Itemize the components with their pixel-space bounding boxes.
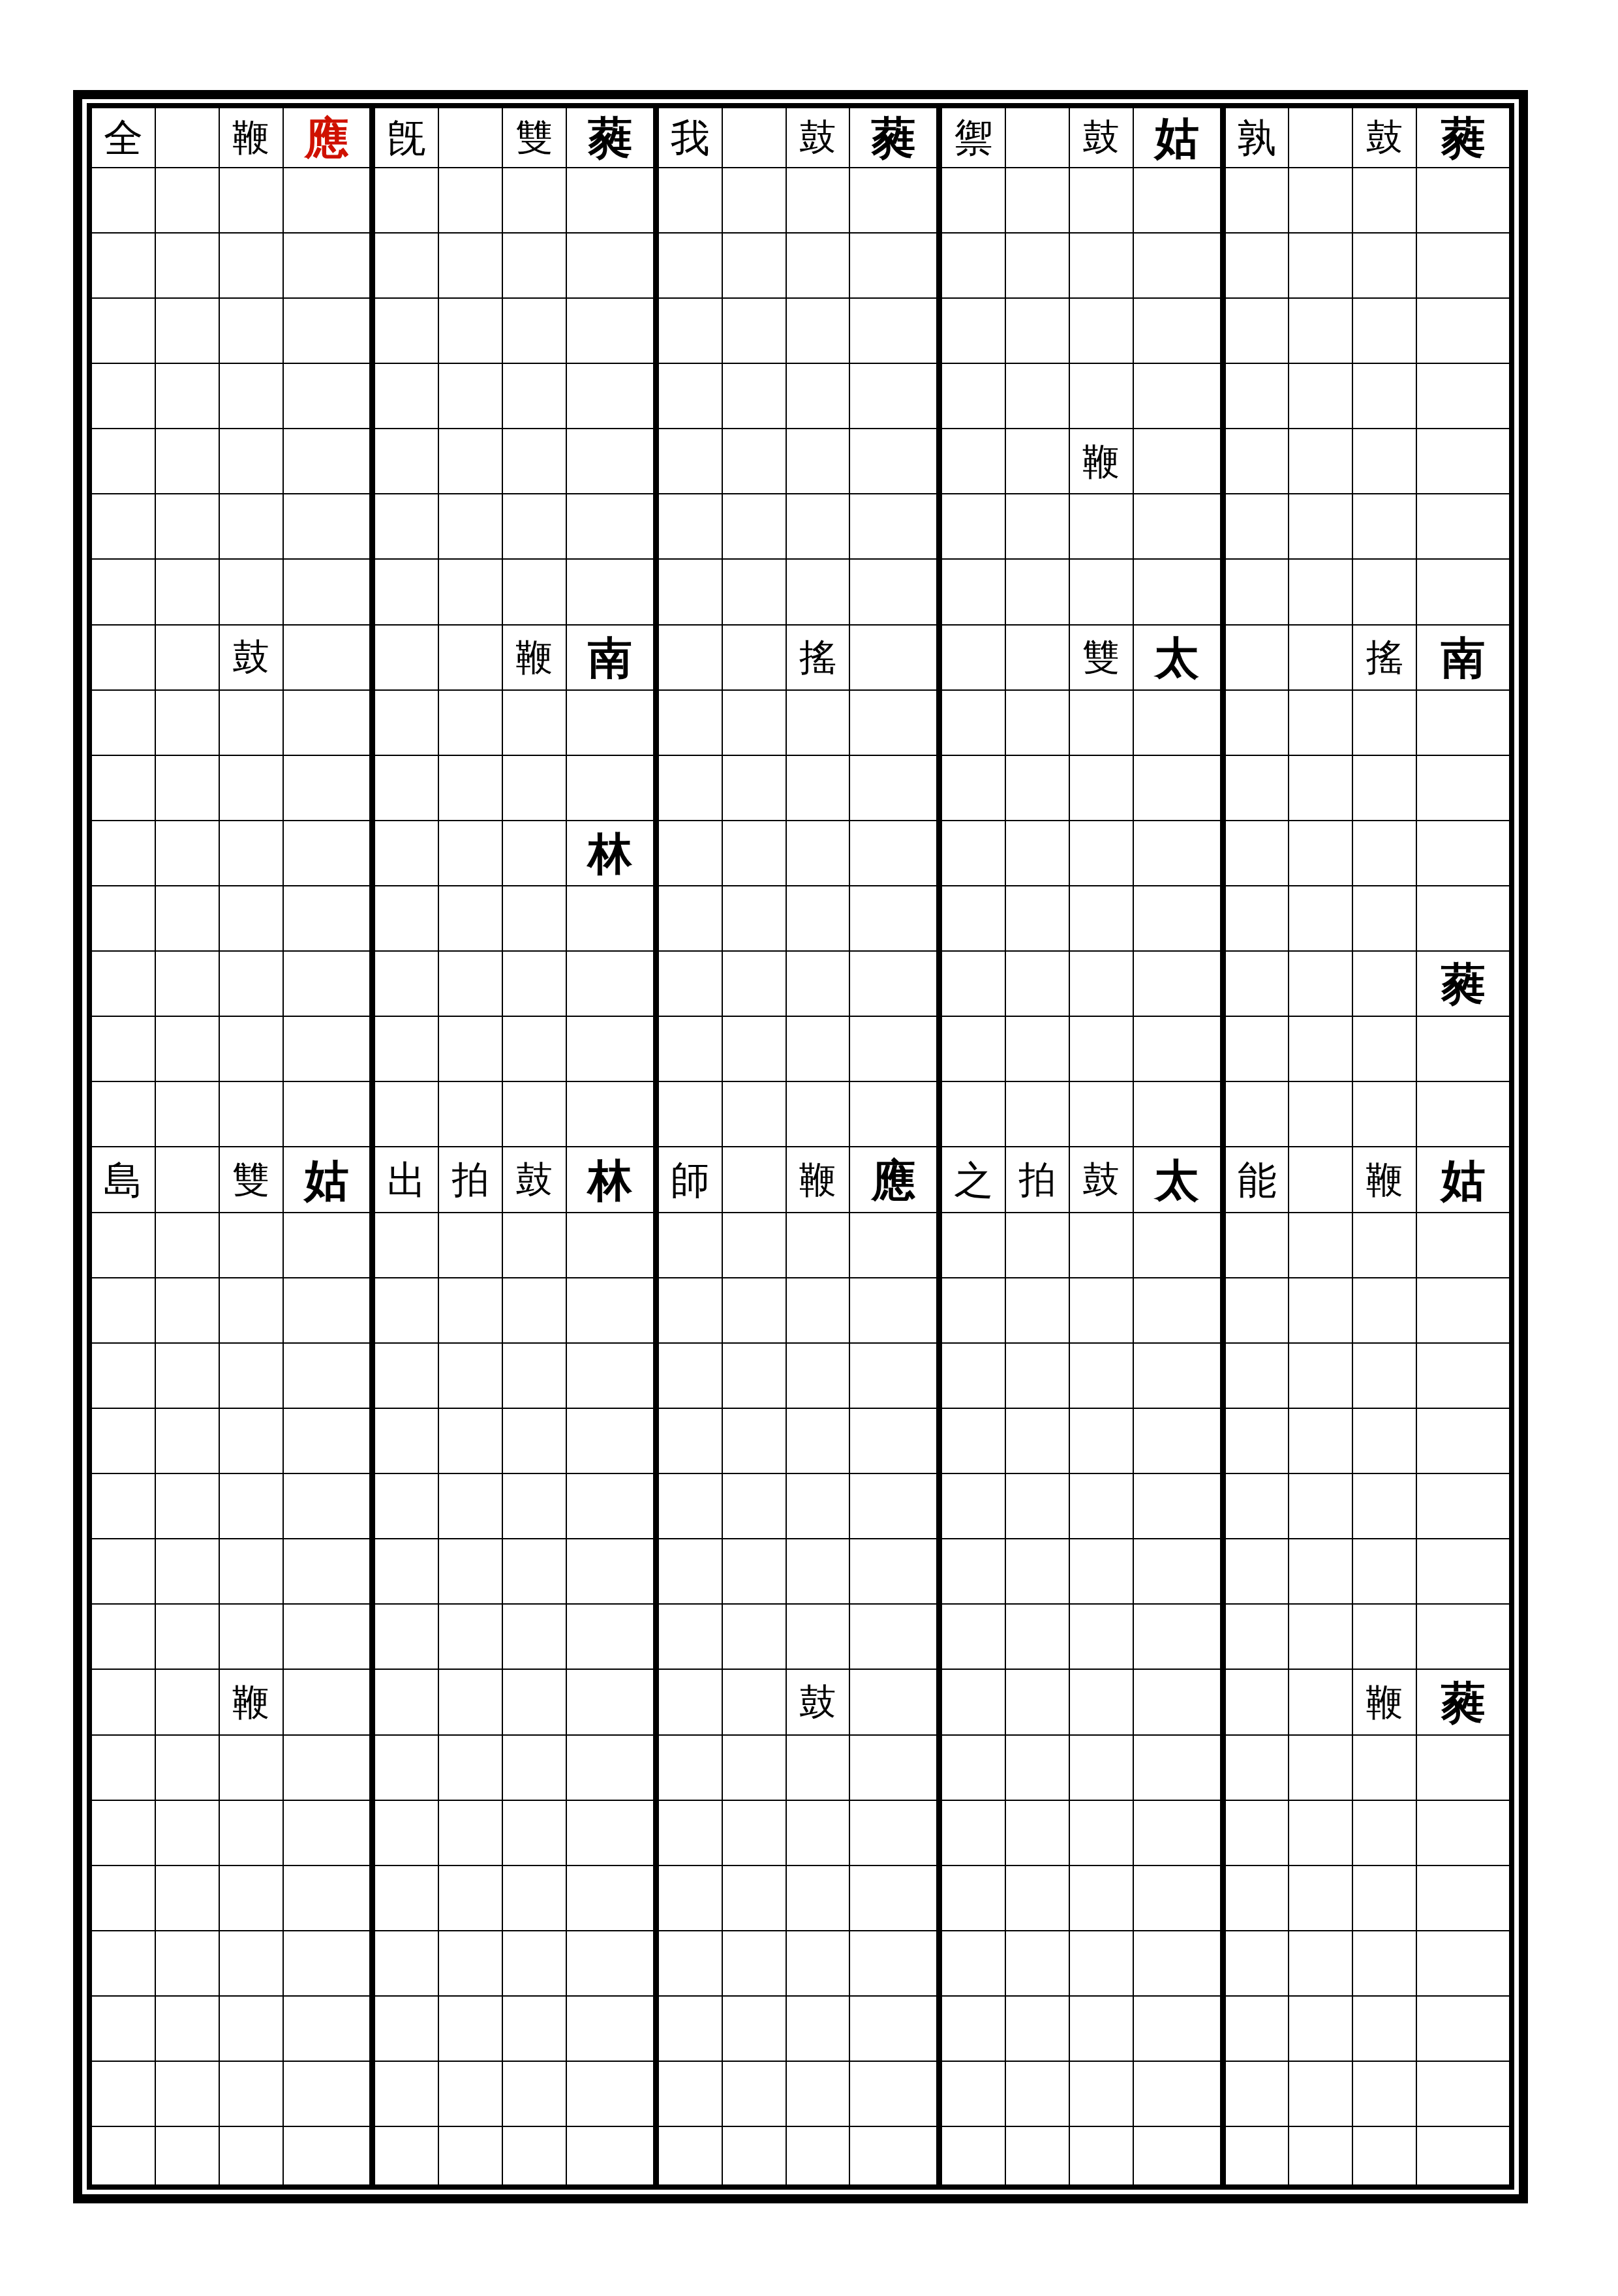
cell-r10-c12 <box>850 691 942 756</box>
cell-r20-c1 <box>92 1344 156 1409</box>
cell-r24-c7 <box>503 1605 567 1670</box>
cell-r30-c17 <box>1226 1997 1290 2062</box>
cell-r13-c9 <box>659 886 723 952</box>
cell-r14-c5 <box>375 952 439 1017</box>
cell-r26-c3 <box>220 1736 284 1801</box>
lyric-char-師: 師 <box>671 1160 710 1200</box>
cell-r21-c11 <box>787 1409 851 1474</box>
lyric-char-旣: 旣 <box>387 118 426 157</box>
pitch-char-蕤: 蕤 <box>1441 115 1486 160</box>
cell-r6-c13 <box>942 429 1006 494</box>
cell-r32-c10 <box>723 2127 787 2184</box>
cell-r6-c1 <box>92 429 156 494</box>
cell-r24-c5 <box>375 1605 439 1670</box>
cell-r28-c12 <box>850 1866 942 1931</box>
cell-r11-c4 <box>284 756 376 821</box>
cell-r19-c20 <box>1417 1278 1509 1344</box>
cell-r24-c6 <box>439 1605 503 1670</box>
cell-r15-c18 <box>1289 1017 1353 1082</box>
cell-r4-c15 <box>1070 299 1134 364</box>
cell-r17-c3: 雙 <box>220 1147 284 1213</box>
cell-r25-c17 <box>1226 1670 1290 1735</box>
cell-r19-c7 <box>503 1278 567 1344</box>
cell-r18-c11 <box>787 1213 851 1278</box>
cell-r14-c4 <box>284 952 376 1017</box>
cell-r24-c15 <box>1070 1605 1134 1670</box>
cell-r25-c6 <box>439 1670 503 1735</box>
cell-r8-c19 <box>1353 560 1417 625</box>
cell-r22-c12 <box>850 1474 942 1539</box>
cell-r1-c5: 旣 <box>375 108 439 168</box>
cell-r20-c11 <box>787 1344 851 1409</box>
cell-r16-c6 <box>439 1082 503 1147</box>
cell-r4-c18 <box>1289 299 1353 364</box>
cell-r22-c19 <box>1353 1474 1417 1539</box>
cell-r8-c5 <box>375 560 439 625</box>
cell-r18-c1 <box>92 1213 156 1278</box>
pitch-char-林: 林 <box>588 831 632 875</box>
cell-r29-c9 <box>659 1931 723 1997</box>
cell-r9-c4 <box>284 626 376 691</box>
cell-r1-c9: 我 <box>659 108 723 168</box>
cell-r14-c10 <box>723 952 787 1017</box>
cell-r22-c14 <box>1006 1474 1070 1539</box>
cell-r1-c15: 鼓 <box>1070 108 1134 168</box>
percussion-char-拍: 拍 <box>452 1161 489 1198</box>
cell-r25-c13 <box>942 1670 1006 1735</box>
cell-r4-c10 <box>723 299 787 364</box>
cell-r22-c16 <box>1134 1474 1226 1539</box>
cell-r16-c12 <box>850 1082 942 1147</box>
cell-r3-c17 <box>1226 234 1290 299</box>
cell-r9-c13 <box>942 626 1006 691</box>
cell-r20-c9 <box>659 1344 723 1409</box>
cell-r4-c11 <box>787 299 851 364</box>
cell-r5-c5 <box>375 364 439 429</box>
cell-r19-c1 <box>92 1278 156 1344</box>
cell-r29-c4 <box>284 1931 376 1997</box>
cell-r10-c20 <box>1417 691 1509 756</box>
cell-r13-c15 <box>1070 886 1134 952</box>
pitch-char-南: 南 <box>588 635 632 680</box>
cell-r31-c14 <box>1006 2062 1070 2127</box>
cell-r22-c11 <box>787 1474 851 1539</box>
cell-r10-c8 <box>567 691 659 756</box>
cell-r8-c2 <box>156 560 220 625</box>
cell-r18-c19 <box>1353 1213 1417 1278</box>
cell-r18-c9 <box>659 1213 723 1278</box>
cell-r27-c20 <box>1417 1801 1509 1866</box>
cell-r4-c19 <box>1353 299 1417 364</box>
cell-r3-c7 <box>503 234 567 299</box>
cell-r12-c2 <box>156 821 220 886</box>
cell-r5-c13 <box>942 364 1006 429</box>
cell-r14-c20: 蕤 <box>1417 952 1509 1017</box>
cell-r2-c11 <box>787 168 851 234</box>
cell-r3-c15 <box>1070 234 1134 299</box>
cell-r25-c15 <box>1070 1670 1134 1735</box>
score-grid: 全鞭應旣雙蕤我鼓蕤禦鼓姑孰鼓蕤鞭鼓鞭南搖雙太搖南林蕤島雙姑出拍鼓林師鞭應之拍鼓太… <box>92 108 1509 2184</box>
cell-r27-c11 <box>787 1801 851 1866</box>
cell-r12-c20 <box>1417 821 1509 886</box>
cell-r12-c13 <box>942 821 1006 886</box>
cell-r28-c4 <box>284 1866 376 1931</box>
cell-r16-c18 <box>1289 1082 1353 1147</box>
cell-r28-c13 <box>942 1866 1006 1931</box>
cell-r15-c17 <box>1226 1017 1290 1082</box>
cell-r12-c3 <box>220 821 284 886</box>
cell-r11-c19 <box>1353 756 1417 821</box>
cell-r18-c20 <box>1417 1213 1509 1278</box>
cell-r24-c18 <box>1289 1605 1353 1670</box>
cell-r22-c10 <box>723 1474 787 1539</box>
cell-r22-c6 <box>439 1474 503 1539</box>
cell-r9-c19: 搖 <box>1353 626 1417 691</box>
cell-r13-c2 <box>156 886 220 952</box>
cell-r19-c10 <box>723 1278 787 1344</box>
cell-r30-c6 <box>439 1997 503 2062</box>
cell-r19-c17 <box>1226 1278 1290 1344</box>
cell-r30-c10 <box>723 1997 787 2062</box>
cell-r32-c2 <box>156 2127 220 2184</box>
cell-r2-c19 <box>1353 168 1417 234</box>
cell-r10-c10 <box>723 691 787 756</box>
cell-r29-c10 <box>723 1931 787 1997</box>
cell-r11-c20 <box>1417 756 1509 821</box>
cell-r2-c7 <box>503 168 567 234</box>
pitch-char-林: 林 <box>588 1158 632 1202</box>
cell-r14-c11 <box>787 952 851 1017</box>
cell-r26-c18 <box>1289 1736 1353 1801</box>
cell-r30-c9 <box>659 1997 723 2062</box>
cell-r26-c20 <box>1417 1736 1509 1801</box>
cell-r2-c6 <box>439 168 503 234</box>
cell-r30-c11 <box>787 1997 851 2062</box>
cell-r29-c11 <box>787 1931 851 1997</box>
cell-r23-c5 <box>375 1539 439 1605</box>
cell-r1-c2 <box>156 108 220 168</box>
cell-r30-c13 <box>942 1997 1006 2062</box>
cell-r23-c16 <box>1134 1539 1226 1605</box>
cell-r17-c9: 師 <box>659 1147 723 1213</box>
cell-r32-c14 <box>1006 2127 1070 2184</box>
score-outer-frame: 全鞭應旣雙蕤我鼓蕤禦鼓姑孰鼓蕤鞭鼓鞭南搖雙太搖南林蕤島雙姑出拍鼓林師鞭應之拍鼓太… <box>73 90 1528 2203</box>
cell-r22-c15 <box>1070 1474 1134 1539</box>
cell-r2-c9 <box>659 168 723 234</box>
cell-r17-c6: 拍 <box>439 1147 503 1213</box>
cell-r5-c4 <box>284 364 376 429</box>
percussion-char-鼓: 鼓 <box>799 1684 836 1721</box>
cell-r25-c5 <box>375 1670 439 1735</box>
cell-r10-c17 <box>1226 691 1290 756</box>
cell-r31-c3 <box>220 2062 284 2127</box>
percussion-char-雙: 雙 <box>232 1161 269 1198</box>
cell-r31-c1 <box>92 2062 156 2127</box>
score-grid-border: 全鞭應旣雙蕤我鼓蕤禦鼓姑孰鼓蕤鞭鼓鞭南搖雙太搖南林蕤島雙姑出拍鼓林師鞭應之拍鼓太… <box>87 103 1514 2190</box>
cell-r1-c14 <box>1006 108 1070 168</box>
cell-r2-c8 <box>567 168 659 234</box>
cell-r28-c17 <box>1226 1866 1290 1931</box>
cell-r11-c14 <box>1006 756 1070 821</box>
cell-r32-c7 <box>503 2127 567 2184</box>
cell-r24-c11 <box>787 1605 851 1670</box>
cell-r27-c8 <box>567 1801 659 1866</box>
cell-r22-c5 <box>375 1474 439 1539</box>
cell-r13-c12 <box>850 886 942 952</box>
cell-r6-c19 <box>1353 429 1417 494</box>
cell-r26-c10 <box>723 1736 787 1801</box>
cell-r16-c4 <box>284 1082 376 1147</box>
cell-r15-c3 <box>220 1017 284 1082</box>
cell-r9-c6 <box>439 626 503 691</box>
cell-r5-c6 <box>439 364 503 429</box>
percussion-char-鞭: 鞭 <box>1366 1684 1403 1721</box>
cell-r14-c15 <box>1070 952 1134 1017</box>
cell-r4-c4 <box>284 299 376 364</box>
cell-r20-c6 <box>439 1344 503 1409</box>
cell-r13-c7 <box>503 886 567 952</box>
cell-r6-c5 <box>375 429 439 494</box>
cell-r21-c10 <box>723 1409 787 1474</box>
cell-r28-c16 <box>1134 1866 1226 1931</box>
cell-r1-c7: 雙 <box>503 108 567 168</box>
cell-r16-c17 <box>1226 1082 1290 1147</box>
cell-r19-c14 <box>1006 1278 1070 1344</box>
cell-r15-c6 <box>439 1017 503 1082</box>
cell-r10-c19 <box>1353 691 1417 756</box>
cell-r27-c14 <box>1006 1801 1070 1866</box>
cell-r3-c14 <box>1006 234 1070 299</box>
cell-r13-c6 <box>439 886 503 952</box>
cell-r17-c2 <box>156 1147 220 1213</box>
cell-r20-c19 <box>1353 1344 1417 1409</box>
cell-r2-c17 <box>1226 168 1290 234</box>
cell-r13-c4 <box>284 886 376 952</box>
score-page: 全鞭應旣雙蕤我鼓蕤禦鼓姑孰鼓蕤鞭鼓鞭南搖雙太搖南林蕤島雙姑出拍鼓林師鞭應之拍鼓太… <box>0 0 1618 2296</box>
cell-r23-c19 <box>1353 1539 1417 1605</box>
cell-r30-c18 <box>1289 1997 1353 2062</box>
cell-r31-c17 <box>1226 2062 1290 2127</box>
percussion-char-鞭: 鞭 <box>799 1161 836 1198</box>
cell-r29-c5 <box>375 1931 439 1997</box>
cell-r13-c13 <box>942 886 1006 952</box>
cell-r14-c13 <box>942 952 1006 1017</box>
cell-r8-c12 <box>850 560 942 625</box>
cell-r13-c5 <box>375 886 439 952</box>
cell-r6-c18 <box>1289 429 1353 494</box>
lyric-char-島: 島 <box>104 1160 143 1200</box>
cell-r9-c17 <box>1226 626 1290 691</box>
cell-r29-c12 <box>850 1931 942 1997</box>
cell-r4-c12 <box>850 299 942 364</box>
cell-r22-c2 <box>156 1474 220 1539</box>
cell-r5-c11 <box>787 364 851 429</box>
percussion-char-鞭: 鞭 <box>516 639 553 676</box>
cell-r11-c8 <box>567 756 659 821</box>
cell-r7-c15 <box>1070 494 1134 560</box>
cell-r27-c13 <box>942 1801 1006 1866</box>
cell-r28-c14 <box>1006 1866 1070 1931</box>
cell-r11-c3 <box>220 756 284 821</box>
cell-r28-c6 <box>439 1866 503 1931</box>
cell-r24-c19 <box>1353 1605 1417 1670</box>
cell-r28-c2 <box>156 1866 220 1931</box>
cell-r31-c15 <box>1070 2062 1134 2127</box>
pitch-char-蕤: 蕤 <box>588 115 632 160</box>
cell-r32-c15 <box>1070 2127 1134 2184</box>
cell-r18-c5 <box>375 1213 439 1278</box>
cell-r31-c19 <box>1353 2062 1417 2127</box>
cell-r24-c1 <box>92 1605 156 1670</box>
cell-r14-c16 <box>1134 952 1226 1017</box>
cell-r7-c10 <box>723 494 787 560</box>
cell-r5-c17 <box>1226 364 1290 429</box>
cell-r18-c18 <box>1289 1213 1353 1278</box>
cell-r15-c8 <box>567 1017 659 1082</box>
cell-r31-c4 <box>284 2062 376 2127</box>
cell-r18-c4 <box>284 1213 376 1278</box>
cell-r1-c6 <box>439 108 503 168</box>
lyric-char-全: 全 <box>104 118 143 157</box>
cell-r23-c11 <box>787 1539 851 1605</box>
cell-r26-c1 <box>92 1736 156 1801</box>
cell-r19-c5 <box>375 1278 439 1344</box>
cell-r1-c19: 鼓 <box>1353 108 1417 168</box>
cell-r12-c6 <box>439 821 503 886</box>
cell-r28-c8 <box>567 1866 659 1931</box>
cell-r26-c7 <box>503 1736 567 1801</box>
cell-r25-c16 <box>1134 1670 1226 1735</box>
cell-r7-c4 <box>284 494 376 560</box>
cell-r2-c5 <box>375 168 439 234</box>
cell-r19-c16 <box>1134 1278 1226 1344</box>
cell-r24-c20 <box>1417 1605 1509 1670</box>
cell-r30-c8 <box>567 1997 659 2062</box>
cell-r9-c7: 鞭 <box>503 626 567 691</box>
cell-r7-c7 <box>503 494 567 560</box>
cell-r3-c18 <box>1289 234 1353 299</box>
cell-r22-c18 <box>1289 1474 1353 1539</box>
cell-r23-c1 <box>92 1539 156 1605</box>
pitch-char-太: 太 <box>1155 635 1199 680</box>
cell-r30-c15 <box>1070 1997 1134 2062</box>
cell-r12-c9 <box>659 821 723 886</box>
cell-r7-c18 <box>1289 494 1353 560</box>
cell-r17-c14: 拍 <box>1006 1147 1070 1213</box>
cell-r8-c11 <box>787 560 851 625</box>
cell-r16-c11 <box>787 1082 851 1147</box>
cell-r11-c10 <box>723 756 787 821</box>
cell-r29-c14 <box>1006 1931 1070 1997</box>
cell-r27-c17 <box>1226 1801 1290 1866</box>
cell-r29-c6 <box>439 1931 503 1997</box>
cell-r10-c13 <box>942 691 1006 756</box>
cell-r32-c4 <box>284 2127 376 2184</box>
cell-r10-c15 <box>1070 691 1134 756</box>
cell-r10-c16 <box>1134 691 1226 756</box>
cell-r14-c1 <box>92 952 156 1017</box>
cell-r21-c2 <box>156 1409 220 1474</box>
cell-r23-c10 <box>723 1539 787 1605</box>
lyric-char-禦: 禦 <box>954 118 993 157</box>
cell-r6-c8 <box>567 429 659 494</box>
cell-r25-c12 <box>850 1670 942 1735</box>
cell-r29-c17 <box>1226 1931 1290 1997</box>
cell-r13-c14 <box>1006 886 1070 952</box>
cell-r1-c20: 蕤 <box>1417 108 1509 168</box>
cell-r10-c5 <box>375 691 439 756</box>
cell-r7-c11 <box>787 494 851 560</box>
cell-r1-c16: 姑 <box>1134 108 1226 168</box>
cell-r23-c2 <box>156 1539 220 1605</box>
cell-r3-c12 <box>850 234 942 299</box>
cell-r15-c5 <box>375 1017 439 1082</box>
cell-r31-c2 <box>156 2062 220 2127</box>
cell-r17-c10 <box>723 1147 787 1213</box>
cell-r7-c17 <box>1226 494 1290 560</box>
cell-r12-c4 <box>284 821 376 886</box>
cell-r18-c10 <box>723 1213 787 1278</box>
cell-r10-c4 <box>284 691 376 756</box>
lyric-char-之: 之 <box>954 1160 993 1200</box>
cell-r28-c5 <box>375 1866 439 1931</box>
cell-r12-c10 <box>723 821 787 886</box>
cell-r15-c7 <box>503 1017 567 1082</box>
cell-r32-c12 <box>850 2127 942 2184</box>
cell-r28-c19 <box>1353 1866 1417 1931</box>
cell-r23-c9 <box>659 1539 723 1605</box>
cell-r21-c13 <box>942 1409 1006 1474</box>
cell-r24-c3 <box>220 1605 284 1670</box>
cell-r12-c19 <box>1353 821 1417 886</box>
cell-r13-c10 <box>723 886 787 952</box>
cell-r22-c4 <box>284 1474 376 1539</box>
cell-r1-c17: 孰 <box>1226 108 1290 168</box>
cell-r32-c17 <box>1226 2127 1290 2184</box>
cell-r17-c12: 應 <box>850 1147 942 1213</box>
cell-r9-c2 <box>156 626 220 691</box>
cell-r10-c6 <box>439 691 503 756</box>
percussion-char-鞭: 鞭 <box>1366 1161 1403 1198</box>
lyric-char-能: 能 <box>1238 1160 1277 1200</box>
cell-r3-c20 <box>1417 234 1509 299</box>
cell-r31-c9 <box>659 2062 723 2127</box>
cell-r4-c13 <box>942 299 1006 364</box>
cell-r20-c15 <box>1070 1344 1134 1409</box>
cell-r27-c18 <box>1289 1801 1353 1866</box>
cell-r22-c1 <box>92 1474 156 1539</box>
cell-r2-c18 <box>1289 168 1353 234</box>
cell-r15-c9 <box>659 1017 723 1082</box>
cell-r22-c17 <box>1226 1474 1290 1539</box>
cell-r31-c10 <box>723 2062 787 2127</box>
cell-r16-c16 <box>1134 1082 1226 1147</box>
cell-r21-c20 <box>1417 1409 1509 1474</box>
percussion-char-搖: 搖 <box>1366 639 1403 676</box>
cell-r32-c1 <box>92 2127 156 2184</box>
cell-r30-c7 <box>503 1997 567 2062</box>
cell-r25-c14 <box>1006 1670 1070 1735</box>
cell-r3-c13 <box>942 234 1006 299</box>
cell-r12-c16 <box>1134 821 1226 886</box>
cell-r21-c4 <box>284 1409 376 1474</box>
cell-r7-c14 <box>1006 494 1070 560</box>
cell-r31-c8 <box>567 2062 659 2127</box>
cell-r19-c8 <box>567 1278 659 1344</box>
cell-r18-c6 <box>439 1213 503 1278</box>
cell-r26-c5 <box>375 1736 439 1801</box>
cell-r12-c1 <box>92 821 156 886</box>
